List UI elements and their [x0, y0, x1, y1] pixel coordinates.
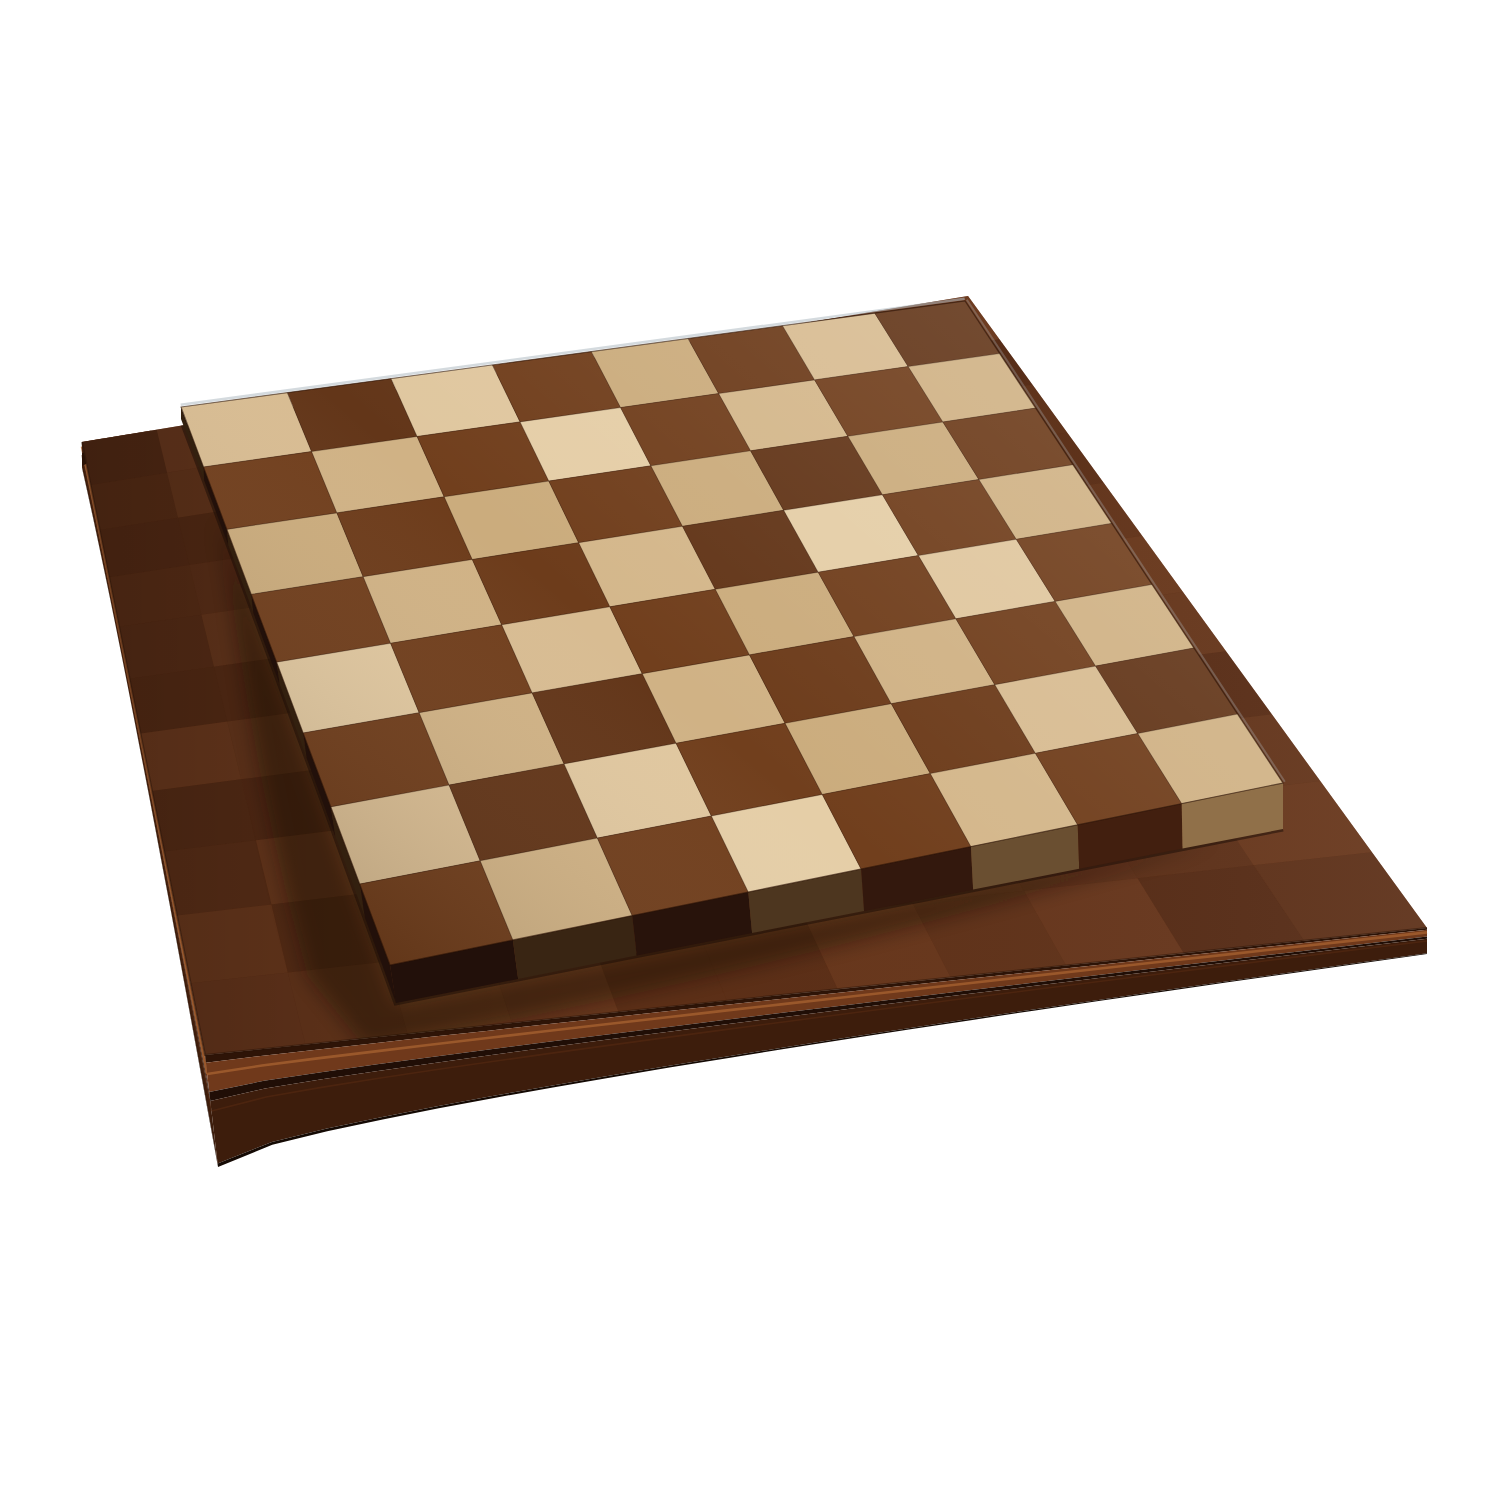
chessboard-scene [0, 0, 1500, 1500]
product-photo [0, 0, 1500, 1500]
